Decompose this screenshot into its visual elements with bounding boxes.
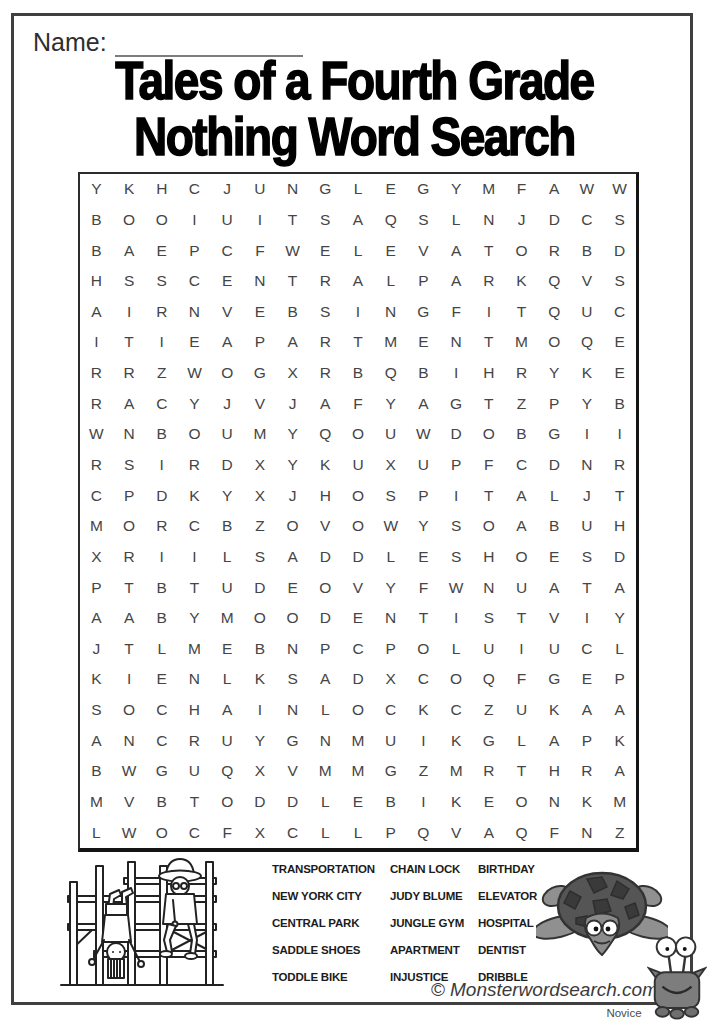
grid-cell[interactable]: O: [407, 634, 440, 665]
grid-cell[interactable]: O: [538, 327, 571, 358]
grid-cell[interactable]: W: [571, 174, 604, 205]
grid-cell[interactable]: F: [505, 664, 538, 695]
grid-cell[interactable]: U: [244, 174, 277, 205]
grid-cell[interactable]: J: [80, 634, 113, 665]
grid-cell[interactable]: S: [603, 205, 636, 236]
grid-cell[interactable]: E: [211, 634, 244, 665]
grid-cell[interactable]: E: [538, 542, 571, 573]
grid-cell[interactable]: D: [145, 480, 178, 511]
grid-cell[interactable]: T: [472, 388, 505, 419]
grid-cell[interactable]: M: [80, 787, 113, 818]
grid-cell[interactable]: P: [374, 817, 407, 848]
grid-cell[interactable]: A: [80, 297, 113, 328]
grid-cell[interactable]: T: [407, 603, 440, 634]
grid-cell[interactable]: E: [603, 327, 636, 358]
grid-cell[interactable]: V: [276, 756, 309, 787]
grid-cell[interactable]: P: [538, 388, 571, 419]
grid-cell[interactable]: Z: [505, 388, 538, 419]
grid-cell[interactable]: Q: [472, 664, 505, 695]
grid-cell[interactable]: L: [309, 817, 342, 848]
grid-cell[interactable]: H: [145, 174, 178, 205]
grid-cell[interactable]: M: [342, 756, 375, 787]
grid-cell[interactable]: T: [178, 572, 211, 603]
grid-cell[interactable]: C: [407, 664, 440, 695]
grid-cell[interactable]: Q: [309, 419, 342, 450]
grid-cell[interactable]: O: [211, 358, 244, 389]
grid-cell[interactable]: Y: [374, 572, 407, 603]
grid-cell[interactable]: T: [113, 634, 146, 665]
grid-cell[interactable]: S: [113, 266, 146, 297]
grid-cell[interactable]: G: [472, 725, 505, 756]
grid-cell[interactable]: K: [440, 725, 473, 756]
grid-cell[interactable]: C: [80, 480, 113, 511]
grid-cell[interactable]: T: [505, 297, 538, 328]
grid-cell[interactable]: Y: [178, 388, 211, 419]
grid-cell[interactable]: O: [342, 480, 375, 511]
grid-cell[interactable]: I: [145, 327, 178, 358]
grid-cell[interactable]: L: [80, 817, 113, 848]
grid-cell[interactable]: X: [244, 756, 277, 787]
grid-cell[interactable]: N: [276, 695, 309, 726]
grid-cell[interactable]: G: [440, 388, 473, 419]
grid-cell[interactable]: T: [571, 572, 604, 603]
grid-cell[interactable]: Y: [603, 603, 636, 634]
grid-cell[interactable]: L: [538, 480, 571, 511]
grid-cell[interactable]: R: [80, 388, 113, 419]
grid-cell[interactable]: W: [374, 511, 407, 542]
grid-cell[interactable]: F: [211, 817, 244, 848]
grid-cell[interactable]: B: [571, 235, 604, 266]
grid-cell[interactable]: Q: [374, 205, 407, 236]
grid-cell[interactable]: L: [342, 817, 375, 848]
grid-cell[interactable]: A: [538, 174, 571, 205]
grid-cell[interactable]: A: [113, 235, 146, 266]
grid-cell[interactable]: A: [505, 511, 538, 542]
grid-cell[interactable]: D: [603, 235, 636, 266]
grid-cell[interactable]: Y: [244, 725, 277, 756]
grid-cell[interactable]: S: [374, 480, 407, 511]
grid-cell[interactable]: O: [505, 542, 538, 573]
grid-cell[interactable]: E: [309, 235, 342, 266]
grid-cell[interactable]: C: [211, 235, 244, 266]
grid-cell[interactable]: A: [538, 572, 571, 603]
grid-cell[interactable]: I: [440, 358, 473, 389]
grid-cell[interactable]: X: [244, 480, 277, 511]
grid-cell[interactable]: J: [211, 174, 244, 205]
grid-cell[interactable]: I: [407, 725, 440, 756]
grid-cell[interactable]: R: [145, 297, 178, 328]
grid-cell[interactable]: S: [440, 511, 473, 542]
grid-cell[interactable]: V: [244, 388, 277, 419]
grid-cell[interactable]: K: [538, 695, 571, 726]
grid-cell[interactable]: Y: [571, 388, 604, 419]
grid-cell[interactable]: M: [342, 725, 375, 756]
grid-cell[interactable]: Q: [538, 266, 571, 297]
grid-cell[interactable]: L: [211, 542, 244, 573]
grid-cell[interactable]: P: [374, 634, 407, 665]
grid-cell[interactable]: L: [309, 787, 342, 818]
grid-cell[interactable]: G: [407, 297, 440, 328]
grid-cell[interactable]: D: [342, 542, 375, 573]
grid-cell[interactable]: G: [145, 756, 178, 787]
grid-cell[interactable]: D: [211, 450, 244, 481]
grid-cell[interactable]: C: [145, 695, 178, 726]
grid-cell[interactable]: K: [571, 787, 604, 818]
grid-cell[interactable]: C: [603, 297, 636, 328]
grid-cell[interactable]: U: [571, 511, 604, 542]
grid-cell[interactable]: L: [342, 174, 375, 205]
grid-cell[interactable]: B: [80, 235, 113, 266]
grid-cell[interactable]: R: [113, 542, 146, 573]
grid-cell[interactable]: L: [440, 205, 473, 236]
grid-cell[interactable]: E: [407, 542, 440, 573]
grid-cell[interactable]: E: [244, 297, 277, 328]
grid-cell[interactable]: R: [309, 327, 342, 358]
grid-cell[interactable]: Q: [374, 358, 407, 389]
grid-cell[interactable]: I: [571, 603, 604, 634]
grid-cell[interactable]: X: [276, 358, 309, 389]
grid-cell[interactable]: A: [603, 695, 636, 726]
grid-cell[interactable]: S: [472, 603, 505, 634]
grid-cell[interactable]: S: [603, 266, 636, 297]
grid-cell[interactable]: R: [80, 450, 113, 481]
grid-cell[interactable]: E: [374, 174, 407, 205]
grid-cell[interactable]: I: [407, 787, 440, 818]
grid-cell[interactable]: A: [603, 756, 636, 787]
grid-cell[interactable]: S: [440, 542, 473, 573]
grid-cell[interactable]: M: [505, 327, 538, 358]
grid-cell[interactable]: W: [407, 419, 440, 450]
grid-cell[interactable]: C: [145, 388, 178, 419]
grid-cell[interactable]: F: [244, 235, 277, 266]
grid-cell[interactable]: V: [342, 572, 375, 603]
grid-cell[interactable]: L: [309, 695, 342, 726]
grid-cell[interactable]: L: [374, 542, 407, 573]
grid-cell[interactable]: H: [178, 695, 211, 726]
grid-cell[interactable]: R: [472, 266, 505, 297]
grid-cell[interactable]: N: [571, 450, 604, 481]
grid-cell[interactable]: W: [276, 235, 309, 266]
grid-cell[interactable]: L: [603, 634, 636, 665]
grid-cell[interactable]: R: [472, 756, 505, 787]
grid-cell[interactable]: Z: [472, 695, 505, 726]
grid-cell[interactable]: W: [440, 572, 473, 603]
grid-cell[interactable]: T: [472, 235, 505, 266]
grid-cell[interactable]: G: [538, 419, 571, 450]
grid-cell[interactable]: J: [276, 388, 309, 419]
grid-cell[interactable]: F: [538, 817, 571, 848]
grid-cell[interactable]: P: [571, 725, 604, 756]
grid-cell[interactable]: N: [178, 297, 211, 328]
grid-cell[interactable]: X: [244, 817, 277, 848]
grid-cell[interactable]: U: [374, 725, 407, 756]
grid-cell[interactable]: B: [80, 756, 113, 787]
grid-cell[interactable]: A: [276, 327, 309, 358]
grid-cell[interactable]: A: [211, 695, 244, 726]
grid-cell[interactable]: E: [342, 603, 375, 634]
grid-cell[interactable]: C: [571, 205, 604, 236]
grid-cell[interactable]: I: [603, 419, 636, 450]
grid-cell[interactable]: A: [571, 695, 604, 726]
grid-cell[interactable]: U: [407, 450, 440, 481]
grid-cell[interactable]: Y: [276, 419, 309, 450]
grid-cell[interactable]: S: [145, 266, 178, 297]
grid-cell[interactable]: O: [113, 695, 146, 726]
grid-cell[interactable]: O: [211, 787, 244, 818]
grid-cell[interactable]: Z: [145, 358, 178, 389]
grid-cell[interactable]: J: [211, 388, 244, 419]
grid-cell[interactable]: N: [374, 603, 407, 634]
grid-cell[interactable]: E: [407, 327, 440, 358]
grid-cell[interactable]: R: [178, 450, 211, 481]
grid-cell[interactable]: Y: [538, 358, 571, 389]
grid-cell[interactable]: A: [309, 664, 342, 695]
grid-cell[interactable]: A: [472, 817, 505, 848]
grid-cell[interactable]: C: [505, 450, 538, 481]
grid-cell[interactable]: P: [244, 327, 277, 358]
grid-cell[interactable]: L: [342, 235, 375, 266]
grid-cell[interactable]: R: [309, 358, 342, 389]
grid-cell[interactable]: N: [571, 817, 604, 848]
grid-cell[interactable]: C: [276, 817, 309, 848]
grid-cell[interactable]: C: [440, 695, 473, 726]
grid-cell[interactable]: G: [538, 664, 571, 695]
grid-cell[interactable]: Q: [211, 756, 244, 787]
grid-cell[interactable]: K: [407, 695, 440, 726]
grid-cell[interactable]: L: [374, 266, 407, 297]
grid-cell[interactable]: N: [244, 266, 277, 297]
grid-cell[interactable]: M: [80, 511, 113, 542]
grid-cell[interactable]: O: [505, 787, 538, 818]
grid-cell[interactable]: I: [440, 480, 473, 511]
grid-cell[interactable]: F: [407, 572, 440, 603]
grid-cell[interactable]: W: [603, 174, 636, 205]
grid-cell[interactable]: E: [374, 235, 407, 266]
grid-cell[interactable]: W: [113, 756, 146, 787]
grid-cell[interactable]: D: [309, 542, 342, 573]
grid-cell[interactable]: C: [374, 695, 407, 726]
grid-cell[interactable]: B: [145, 603, 178, 634]
grid-cell[interactable]: K: [603, 725, 636, 756]
grid-cell[interactable]: A: [603, 572, 636, 603]
grid-cell[interactable]: D: [276, 787, 309, 818]
grid-cell[interactable]: B: [342, 358, 375, 389]
grid-cell[interactable]: R: [309, 266, 342, 297]
grid-cell[interactable]: P: [178, 235, 211, 266]
grid-cell[interactable]: Y: [374, 388, 407, 419]
grid-cell[interactable]: E: [178, 327, 211, 358]
grid-cell[interactable]: I: [113, 297, 146, 328]
grid-cell[interactable]: D: [244, 572, 277, 603]
grid-cell[interactable]: O: [276, 511, 309, 542]
grid-cell[interactable]: K: [80, 664, 113, 695]
grid-cell[interactable]: Y: [80, 174, 113, 205]
grid-cell[interactable]: P: [80, 572, 113, 603]
grid-cell[interactable]: O: [145, 205, 178, 236]
grid-cell[interactable]: A: [407, 388, 440, 419]
grid-cell[interactable]: O: [342, 511, 375, 542]
grid-cell[interactable]: A: [276, 542, 309, 573]
grid-cell[interactable]: U: [211, 205, 244, 236]
grid-cell[interactable]: Y: [440, 174, 473, 205]
grid-cell[interactable]: U: [211, 725, 244, 756]
grid-cell[interactable]: S: [80, 695, 113, 726]
grid-cell[interactable]: I: [440, 603, 473, 634]
grid-cell[interactable]: Y: [407, 511, 440, 542]
grid-cell[interactable]: O: [472, 419, 505, 450]
grid-cell[interactable]: N: [538, 787, 571, 818]
grid-cell[interactable]: H: [80, 266, 113, 297]
grid-cell[interactable]: N: [472, 205, 505, 236]
grid-cell[interactable]: R: [178, 725, 211, 756]
grid-cell[interactable]: A: [440, 266, 473, 297]
grid-cell[interactable]: K: [178, 480, 211, 511]
grid-cell[interactable]: B: [145, 572, 178, 603]
grid-cell[interactable]: E: [472, 787, 505, 818]
grid-cell[interactable]: E: [211, 266, 244, 297]
grid-cell[interactable]: A: [538, 725, 571, 756]
grid-cell[interactable]: T: [472, 327, 505, 358]
grid-cell[interactable]: B: [407, 358, 440, 389]
grid-cell[interactable]: K: [244, 664, 277, 695]
grid-cell[interactable]: D: [440, 419, 473, 450]
grid-cell[interactable]: U: [472, 634, 505, 665]
grid-cell[interactable]: S: [276, 664, 309, 695]
grid-cell[interactable]: Y: [178, 603, 211, 634]
grid-cell[interactable]: H: [472, 358, 505, 389]
grid-cell[interactable]: R: [538, 235, 571, 266]
grid-cell[interactable]: P: [309, 634, 342, 665]
grid-cell[interactable]: Q: [505, 817, 538, 848]
grid-cell[interactable]: U: [505, 572, 538, 603]
grid-cell[interactable]: Q: [538, 297, 571, 328]
grid-cell[interactable]: P: [440, 450, 473, 481]
grid-cell[interactable]: F: [472, 450, 505, 481]
grid-cell[interactable]: O: [178, 419, 211, 450]
grid-cell[interactable]: F: [505, 174, 538, 205]
grid-cell[interactable]: B: [374, 787, 407, 818]
grid-cell[interactable]: B: [603, 388, 636, 419]
grid-cell[interactable]: F: [440, 297, 473, 328]
grid-cell[interactable]: S: [309, 297, 342, 328]
grid-cell[interactable]: E: [276, 572, 309, 603]
grid-cell[interactable]: G: [244, 358, 277, 389]
grid-cell[interactable]: T: [505, 756, 538, 787]
grid-cell[interactable]: R: [113, 358, 146, 389]
grid-cell[interactable]: C: [178, 174, 211, 205]
grid-cell[interactable]: X: [374, 664, 407, 695]
grid-cell[interactable]: B: [276, 297, 309, 328]
grid-cell[interactable]: C: [342, 634, 375, 665]
grid-cell[interactable]: T: [113, 572, 146, 603]
grid-cell[interactable]: V: [440, 817, 473, 848]
grid-cell[interactable]: D: [244, 787, 277, 818]
grid-cell[interactable]: M: [309, 756, 342, 787]
grid-cell[interactable]: Z: [244, 511, 277, 542]
grid-cell[interactable]: O: [505, 235, 538, 266]
grid-cell[interactable]: S: [113, 450, 146, 481]
grid-cell[interactable]: D: [538, 205, 571, 236]
grid-cell[interactable]: I: [113, 664, 146, 695]
grid-cell[interactable]: E: [603, 358, 636, 389]
grid-cell[interactable]: K: [440, 787, 473, 818]
grid-cell[interactable]: K: [505, 266, 538, 297]
grid-cell[interactable]: N: [113, 725, 146, 756]
grid-cell[interactable]: B: [505, 419, 538, 450]
grid-cell[interactable]: W: [178, 358, 211, 389]
grid-cell[interactable]: V: [538, 603, 571, 634]
grid-cell[interactable]: S: [244, 542, 277, 573]
grid-cell[interactable]: I: [244, 695, 277, 726]
grid-cell[interactable]: I: [80, 327, 113, 358]
grid-cell[interactable]: M: [374, 327, 407, 358]
grid-cell[interactable]: M: [244, 419, 277, 450]
grid-cell[interactable]: B: [80, 205, 113, 236]
grid-cell[interactable]: C: [571, 634, 604, 665]
grid-cell[interactable]: Q: [571, 327, 604, 358]
grid-cell[interactable]: Y: [211, 480, 244, 511]
grid-cell[interactable]: K: [571, 358, 604, 389]
grid-cell[interactable]: N: [374, 297, 407, 328]
grid-cell[interactable]: B: [145, 787, 178, 818]
grid-cell[interactable]: V: [309, 511, 342, 542]
grid-cell[interactable]: I: [505, 634, 538, 665]
grid-cell[interactable]: O: [472, 511, 505, 542]
grid-cell[interactable]: U: [374, 419, 407, 450]
grid-cell[interactable]: O: [113, 205, 146, 236]
grid-cell[interactable]: R: [603, 450, 636, 481]
grid-cell[interactable]: G: [374, 756, 407, 787]
grid-cell[interactable]: U: [538, 634, 571, 665]
grid-cell[interactable]: O: [309, 572, 342, 603]
grid-cell[interactable]: Y: [276, 450, 309, 481]
grid-cell[interactable]: Z: [603, 817, 636, 848]
grid-cell[interactable]: A: [113, 388, 146, 419]
grid-cell[interactable]: D: [538, 450, 571, 481]
grid-cell[interactable]: D: [309, 603, 342, 634]
grid-cell[interactable]: M: [211, 603, 244, 634]
grid-cell[interactable]: U: [178, 756, 211, 787]
grid-cell[interactable]: C: [145, 725, 178, 756]
grid-cell[interactable]: F: [342, 388, 375, 419]
grid-cell[interactable]: A: [211, 327, 244, 358]
grid-cell[interactable]: U: [571, 297, 604, 328]
grid-cell[interactable]: A: [505, 480, 538, 511]
grid-cell[interactable]: O: [440, 664, 473, 695]
grid-cell[interactable]: I: [342, 297, 375, 328]
grid-cell[interactable]: R: [80, 358, 113, 389]
grid-cell[interactable]: A: [440, 235, 473, 266]
grid-cell[interactable]: N: [309, 725, 342, 756]
grid-cell[interactable]: N: [113, 419, 146, 450]
grid-cell[interactable]: V: [571, 266, 604, 297]
grid-cell[interactable]: L: [211, 664, 244, 695]
grid-cell[interactable]: J: [505, 205, 538, 236]
grid-cell[interactable]: I: [472, 297, 505, 328]
grid-cell[interactable]: K: [113, 174, 146, 205]
grid-cell[interactable]: P: [603, 664, 636, 695]
grid-cell[interactable]: E: [342, 787, 375, 818]
grid-cell[interactable]: T: [276, 205, 309, 236]
grid-cell[interactable]: U: [505, 695, 538, 726]
grid-cell[interactable]: U: [342, 450, 375, 481]
grid-cell[interactable]: O: [244, 603, 277, 634]
grid-cell[interactable]: C: [178, 266, 211, 297]
grid-cell[interactable]: W: [80, 419, 113, 450]
grid-cell[interactable]: D: [342, 664, 375, 695]
grid-cell[interactable]: A: [309, 388, 342, 419]
grid-cell[interactable]: A: [113, 603, 146, 634]
